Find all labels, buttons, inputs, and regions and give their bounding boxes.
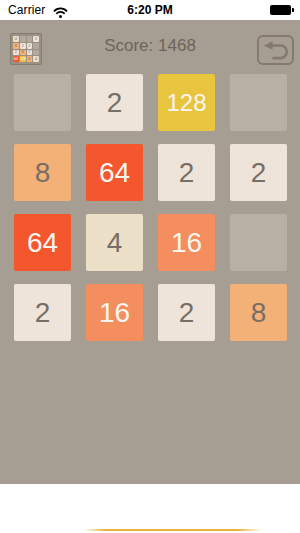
tile-64: 64 — [86, 144, 143, 201]
empty-cell — [230, 74, 287, 131]
board[interactable]: 2128864226441621628 — [14, 74, 287, 341]
mini-tile-128: 128 — [20, 56, 26, 62]
tile-16: 16 — [86, 284, 143, 341]
tile-2: 2 — [158, 284, 215, 341]
battery-icon — [270, 5, 295, 15]
mini-tile-8: 8 — [27, 56, 33, 62]
tile-2: 2 — [86, 74, 143, 131]
tile-8: 8 — [14, 144, 71, 201]
game-area: 428222826412884 Score: 1468 212886422644… — [0, 20, 300, 484]
undo-arrow-icon — [262, 41, 289, 60]
app-screen: Carrier 6:20 PM 428222826412884 Score: 1… — [0, 0, 300, 533]
tile-64: 64 — [14, 214, 71, 271]
tile-2: 2 — [14, 284, 71, 341]
undo-button[interactable] — [257, 35, 294, 65]
mini-tile-64: 64 — [13, 56, 19, 62]
status-bar: Carrier 6:20 PM — [0, 0, 300, 20]
tile-2: 2 — [230, 144, 287, 201]
tile-16: 16 — [158, 214, 215, 271]
tile-2: 2 — [158, 144, 215, 201]
tile-8: 8 — [230, 284, 287, 341]
empty-cell — [230, 214, 287, 271]
tile-4: 4 — [86, 214, 143, 271]
mini-tile-4: 4 — [33, 56, 39, 62]
banner-top-line — [84, 529, 262, 531]
empty-cell — [14, 74, 71, 131]
tile-128: 128 — [158, 74, 215, 131]
score-label: Score: 1468 — [0, 36, 300, 56]
clock-label: 6:20 PM — [0, 3, 300, 17]
